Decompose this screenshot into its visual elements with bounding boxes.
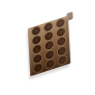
product-photo (0, 0, 95, 95)
chocolate-mold (28, 16, 71, 77)
cavity-grid (30, 17, 69, 75)
mold-hanging-tab (67, 12, 73, 21)
